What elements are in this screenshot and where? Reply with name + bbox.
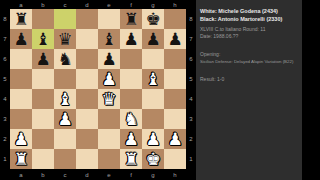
square-h7[interactable]: ♟ (164, 29, 186, 49)
square-b8[interactable] (32, 9, 54, 29)
square-e5[interactable]: ♟ (98, 69, 120, 89)
square-d5[interactable] (76, 69, 98, 89)
piece-white-queen[interactable]: ♛ (101, 89, 116, 109)
square-a6[interactable] (10, 49, 32, 69)
piece-black-bishop[interactable]: ♝ (35, 29, 50, 49)
square-g8[interactable]: ♚ (142, 9, 164, 29)
piece-black-pawn[interactable]: ♟ (145, 29, 160, 49)
piece-black-knight[interactable]: ♞ (57, 49, 72, 69)
piece-black-pawn[interactable]: ♟ (123, 29, 138, 49)
file-label-bottom-d: d (76, 169, 98, 180)
rank-label-left-2: 2 (0, 129, 10, 149)
square-e7[interactable]: ♝ (98, 29, 120, 49)
opening-label: Opening: (200, 51, 299, 58)
piece-black-rook[interactable]: ♜ (123, 9, 138, 29)
event-line: XLVIII C.to Italiano Round: 11 (200, 26, 299, 33)
piece-white-rook[interactable]: ♜ (13, 149, 28, 169)
rank-label-right-6: 6 (186, 49, 196, 69)
square-g7[interactable]: ♟ (142, 29, 164, 49)
piece-white-rook[interactable]: ♜ (123, 149, 138, 169)
square-c2[interactable] (54, 129, 76, 149)
file-label-bottom-a: a (10, 169, 32, 180)
piece-black-king[interactable]: ♚ (145, 9, 160, 29)
square-a7[interactable]: ♟ (10, 29, 32, 49)
square-d1[interactable] (76, 149, 98, 169)
square-h4[interactable] (164, 89, 186, 109)
square-h5[interactable] (164, 69, 186, 89)
square-e4[interactable]: ♛ (98, 89, 120, 109)
file-label-bottom-e: e (98, 169, 120, 180)
square-h8[interactable] (164, 9, 186, 29)
square-g4[interactable] (142, 89, 164, 109)
rank-label-left-7: 7 (0, 29, 10, 49)
rank-label-right-1: 1 (186, 149, 196, 169)
square-b1[interactable] (32, 149, 54, 169)
rank-label-left-6: 6 (0, 49, 10, 69)
square-e6[interactable]: ♟ (98, 49, 120, 69)
square-g5[interactable]: ♝ (142, 69, 164, 89)
square-b4[interactable] (32, 89, 54, 109)
square-h6[interactable] (164, 49, 186, 69)
piece-white-pawn[interactable]: ♟ (13, 129, 28, 149)
piece-black-queen[interactable]: ♛ (57, 29, 72, 49)
square-e1[interactable] (98, 149, 120, 169)
piece-white-bishop[interactable]: ♝ (57, 89, 72, 109)
square-a2[interactable]: ♟ (10, 129, 32, 149)
piece-white-pawn[interactable]: ♟ (57, 109, 72, 129)
rank-label-left-1: 1 (0, 149, 10, 169)
piece-white-pawn[interactable]: ♟ (145, 129, 160, 149)
square-c6[interactable]: ♞ (54, 49, 76, 69)
square-f6[interactable] (120, 49, 142, 69)
square-g2[interactable]: ♟ (142, 129, 164, 149)
square-d8[interactable] (76, 9, 98, 29)
file-label-bottom-c: c (54, 169, 76, 180)
square-c7[interactable]: ♛ (54, 29, 76, 49)
square-f7[interactable]: ♟ (120, 29, 142, 49)
piece-white-pawn[interactable]: ♟ (101, 69, 116, 89)
piece-white-pawn[interactable]: ♟ (167, 129, 182, 149)
file-label-top-h: h (164, 0, 186, 9)
square-g1[interactable]: ♚ (142, 149, 164, 169)
square-g3[interactable] (142, 109, 164, 129)
opening-name: Sicilian Defense: Delayed Alapin Variati… (200, 58, 299, 65)
rank-label-right-2: 2 (186, 129, 196, 149)
file-label-top-g: g (142, 0, 164, 9)
square-d4[interactable] (76, 89, 98, 109)
square-c4[interactable]: ♝ (54, 89, 76, 109)
rank-label-left-5: 5 (0, 69, 10, 89)
square-e8[interactable] (98, 9, 120, 29)
rank-label-right-7: 7 (186, 29, 196, 49)
square-f1[interactable]: ♜ (120, 149, 142, 169)
square-e2[interactable] (98, 129, 120, 149)
square-b2[interactable] (32, 129, 54, 149)
square-e3[interactable] (98, 109, 120, 129)
rank-label-left-3: 3 (0, 109, 10, 129)
chess-diagram: aabbccddeeffgghh8877665544332211♜♜♚♟♝♛♝♟… (0, 0, 320, 180)
square-b5[interactable] (32, 69, 54, 89)
square-d3[interactable] (76, 109, 98, 129)
square-b7[interactable]: ♝ (32, 29, 54, 49)
square-c1[interactable] (54, 149, 76, 169)
square-c3[interactable]: ♟ (54, 109, 76, 129)
piece-black-bishop[interactable]: ♝ (101, 29, 116, 49)
square-a8[interactable]: ♜ (10, 9, 32, 29)
piece-black-pawn[interactable]: ♟ (35, 49, 50, 69)
piece-black-rook[interactable]: ♜ (13, 9, 28, 29)
piece-black-pawn[interactable]: ♟ (13, 29, 28, 49)
square-a1[interactable]: ♜ (10, 149, 32, 169)
piece-black-pawn[interactable]: ♟ (101, 49, 116, 69)
square-b6[interactable]: ♟ (32, 49, 54, 69)
square-a4[interactable] (10, 89, 32, 109)
file-label-top-c: c (54, 0, 76, 9)
square-h3[interactable] (164, 109, 186, 129)
piece-black-pawn[interactable]: ♟ (167, 29, 182, 49)
square-a5[interactable] (10, 69, 32, 89)
file-label-top-b: b (32, 0, 54, 9)
square-f5[interactable] (120, 69, 142, 89)
square-h2[interactable]: ♟ (164, 129, 186, 149)
square-g6[interactable] (142, 49, 164, 69)
black-player-line: Black: Antonio Martorelli (2330) (200, 16, 299, 24)
file-label-bottom-h: h (164, 169, 186, 180)
game-info-panel: White: Michele Godena (2434) Black: Anto… (196, 0, 302, 180)
piece-white-king[interactable]: ♚ (145, 149, 160, 169)
file-label-top-a: a (10, 0, 32, 9)
square-f4[interactable] (120, 89, 142, 109)
square-b3[interactable] (32, 109, 54, 129)
board: aabbccddeeffgghh8877665544332211♜♜♚♟♝♛♝♟… (0, 0, 196, 180)
result-line: Result: 1-0 (200, 76, 299, 83)
file-label-bottom-f: f (120, 169, 142, 180)
rank-label-right-8: 8 (186, 9, 196, 29)
rank-label-right-3: 3 (186, 109, 196, 129)
square-f3[interactable]: ♞ (120, 109, 142, 129)
file-label-top-e: e (98, 0, 120, 9)
square-f8[interactable]: ♜ (120, 9, 142, 29)
rank-label-right-5: 5 (186, 69, 196, 89)
piece-white-knight[interactable]: ♞ (123, 109, 138, 129)
rank-label-left-8: 8 (0, 9, 10, 29)
square-c8[interactable] (54, 9, 76, 29)
square-h1[interactable] (164, 149, 186, 169)
file-label-bottom-g: g (142, 169, 164, 180)
piece-white-bishop[interactable]: ♝ (145, 69, 160, 89)
file-label-bottom-b: b (32, 169, 54, 180)
file-label-top-d: d (76, 0, 98, 9)
square-d7[interactable] (76, 29, 98, 49)
square-d2[interactable] (76, 129, 98, 149)
square-c5[interactable] (54, 69, 76, 89)
white-player-line: White: Michele Godena (2434) (200, 8, 299, 16)
date-line: Date: 1988.06.?? (200, 33, 299, 40)
piece-white-pawn[interactable]: ♟ (123, 129, 138, 149)
rank-label-left-4: 4 (0, 89, 10, 109)
square-a3[interactable] (10, 109, 32, 129)
square-d6[interactable] (76, 49, 98, 69)
square-f2[interactable]: ♟ (120, 129, 142, 149)
rank-label-right-4: 4 (186, 89, 196, 109)
file-label-top-f: f (120, 0, 142, 9)
